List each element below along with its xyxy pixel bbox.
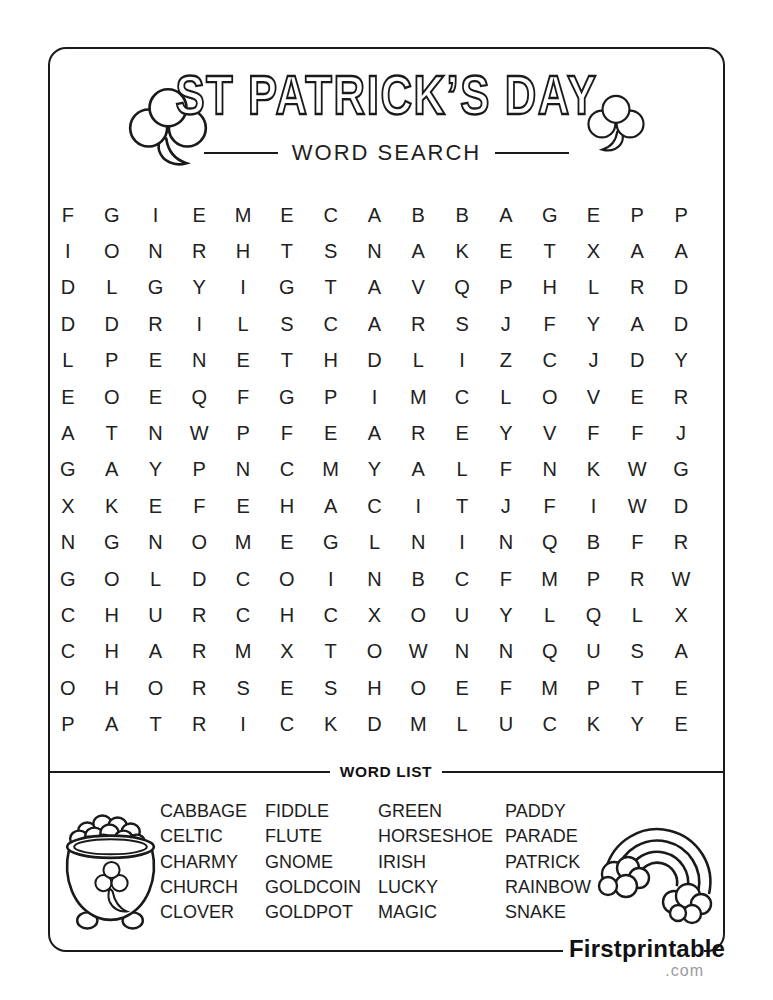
grid-cell: S <box>309 670 353 706</box>
grid-cell: I <box>353 379 397 415</box>
grid-cell: I <box>221 706 265 742</box>
grid-cell: O <box>90 561 134 597</box>
grid-cell: L <box>572 270 616 306</box>
grid-cell: S <box>309 233 353 269</box>
grid-cell: E <box>134 343 178 379</box>
grid-cell: B <box>396 561 440 597</box>
grid-cell: A <box>90 706 134 742</box>
grid-cell: P <box>572 670 616 706</box>
grid-cell: F <box>177 488 221 524</box>
brand-logo: Firstprintable .com <box>563 936 704 980</box>
grid-cell: F <box>484 561 528 597</box>
grid-cell: B <box>572 525 616 561</box>
grid-cell: R <box>396 306 440 342</box>
grid-cell: V <box>572 379 616 415</box>
grid-cell: E <box>177 197 221 233</box>
grid-cell: J <box>484 488 528 524</box>
word-list-item: GREEN <box>378 799 505 824</box>
grid-cell: V <box>528 415 572 451</box>
grid-cell: H <box>90 670 134 706</box>
grid-cell: L <box>440 452 484 488</box>
grid-cell: M <box>396 379 440 415</box>
grid-cell: K <box>309 706 353 742</box>
grid-cell: C <box>309 197 353 233</box>
grid-cell: E <box>265 670 309 706</box>
grid-cell: O <box>134 670 178 706</box>
grid-cell: F <box>528 488 572 524</box>
word-list-item: MAGIC <box>378 900 505 925</box>
grid-cell: G <box>46 452 90 488</box>
word-list-item: CABBAGE <box>160 799 265 824</box>
grid-cell: G <box>659 452 703 488</box>
grid-cell: E <box>134 488 178 524</box>
word-list-item: PARADE <box>505 824 605 849</box>
grid-cell: O <box>528 379 572 415</box>
grid-cell: R <box>177 597 221 633</box>
word-list-item: PATRICK <box>505 850 605 875</box>
grid-cell: O <box>396 670 440 706</box>
grid-cell: C <box>221 597 265 633</box>
grid-cell: E <box>221 488 265 524</box>
grid-cell: E <box>134 379 178 415</box>
word-list-header: WORD LIST <box>340 763 432 781</box>
grid-cell: R <box>177 233 221 269</box>
grid-cell: Y <box>484 597 528 633</box>
grid-cell: U <box>572 634 616 670</box>
word-list-item: RAINBOW <box>505 875 605 900</box>
grid-cell: Q <box>528 525 572 561</box>
word-list-item: FLUTE <box>265 824 378 849</box>
grid-cell: A <box>396 452 440 488</box>
grid-cell: D <box>659 488 703 524</box>
grid-cell: H <box>265 488 309 524</box>
grid-cell: J <box>659 415 703 451</box>
grid-cell: Y <box>177 270 221 306</box>
grid-cell: A <box>353 306 397 342</box>
grid-cell: F <box>46 197 90 233</box>
word-list-column: GREENHORSESHOEIRISHLUCKYMAGIC <box>378 799 505 925</box>
grid-cell: Y <box>134 452 178 488</box>
grid-cell: O <box>265 561 309 597</box>
grid-cell: N <box>528 452 572 488</box>
page-subtitle: WORD SEARCH <box>292 140 481 166</box>
grid-cell: P <box>615 197 659 233</box>
grid-cell: P <box>177 452 221 488</box>
grid-cell: S <box>615 634 659 670</box>
grid-cell: J <box>484 306 528 342</box>
grid-cell: T <box>265 233 309 269</box>
grid-cell: N <box>46 525 90 561</box>
grid-cell: C <box>265 452 309 488</box>
grid-cell: A <box>484 197 528 233</box>
grid-cell: W <box>615 452 659 488</box>
grid-cell: T <box>309 270 353 306</box>
grid-cell: X <box>46 488 90 524</box>
grid-cell: E <box>265 525 309 561</box>
grid-cell: F <box>615 415 659 451</box>
grid-cell: L <box>134 561 178 597</box>
grid-cell: B <box>440 197 484 233</box>
grid-cell: X <box>572 233 616 269</box>
grid-cell: I <box>177 306 221 342</box>
brand-name: Firstprintable <box>569 936 704 962</box>
grid-cell: K <box>90 488 134 524</box>
grid-cell: O <box>396 597 440 633</box>
word-list-item: CELTIC <box>160 824 265 849</box>
word-list-item: LUCKY <box>378 875 505 900</box>
grid-cell: M <box>528 561 572 597</box>
grid-cell: C <box>309 306 353 342</box>
word-list-item: FIDDLE <box>265 799 378 824</box>
grid-cell: C <box>528 706 572 742</box>
grid-cell: O <box>177 525 221 561</box>
grid-cell: E <box>265 197 309 233</box>
brand-domain: .com <box>569 962 704 980</box>
grid-cell: M <box>396 706 440 742</box>
grid-cell: M <box>221 525 265 561</box>
word-list-column: FIDDLEFLUTEGNOMEGOLDCOINGOLDPOT <box>265 799 378 925</box>
grid-cell: D <box>353 706 397 742</box>
grid-cell: P <box>221 415 265 451</box>
grid-cell: E <box>440 415 484 451</box>
grid-cell: N <box>221 452 265 488</box>
grid-cell: Y <box>615 706 659 742</box>
grid-cell: I <box>396 488 440 524</box>
word-list: CABBAGECELTICCHARMYCHURCHCLOVERFIDDLEFLU… <box>160 799 605 925</box>
grid-cell: Y <box>353 452 397 488</box>
grid-cell: L <box>396 343 440 379</box>
grid-cell: E <box>440 670 484 706</box>
grid-cell: S <box>265 306 309 342</box>
grid-cell: L <box>46 343 90 379</box>
grid-cell: W <box>615 488 659 524</box>
grid-cell: M <box>528 670 572 706</box>
grid-cell: B <box>396 197 440 233</box>
grid-cell: L <box>440 706 484 742</box>
word-list-item: CHARMY <box>160 850 265 875</box>
grid-cell: A <box>309 488 353 524</box>
grid-cell: N <box>484 634 528 670</box>
grid-cell: Z <box>484 343 528 379</box>
word-list-item: SNAKE <box>505 900 605 925</box>
word-list-item: CLOVER <box>160 900 265 925</box>
grid-cell: I <box>440 343 484 379</box>
word-list-item: GOLDCOIN <box>265 875 378 900</box>
grid-cell: H <box>353 670 397 706</box>
subtitle-row: WORD SEARCH <box>0 140 773 166</box>
grid-cell: N <box>134 525 178 561</box>
grid-cell: Y <box>659 343 703 379</box>
grid-cell: A <box>615 306 659 342</box>
subtitle-rule-right <box>495 152 569 155</box>
word-list-item: CHURCH <box>160 875 265 900</box>
pot-of-gold-icon <box>57 810 163 932</box>
grid-cell: T <box>90 415 134 451</box>
grid-cell: G <box>46 561 90 597</box>
grid-cell: P <box>659 197 703 233</box>
grid-cell: D <box>615 343 659 379</box>
grid-cell: L <box>528 597 572 633</box>
grid-cell: U <box>484 706 528 742</box>
word-list-column: CABBAGECELTICCHARMYCHURCHCLOVER <box>160 799 265 925</box>
grid-cell: N <box>396 525 440 561</box>
grid-cell: E <box>659 706 703 742</box>
grid-cell: A <box>615 233 659 269</box>
word-list-item: HORSESHOE <box>378 824 505 849</box>
grid-cell: A <box>659 233 703 269</box>
grid-cell: R <box>177 706 221 742</box>
rainbow-icon <box>596 814 724 936</box>
grid-cell: G <box>528 197 572 233</box>
grid-cell: C <box>440 561 484 597</box>
grid-cell: O <box>90 379 134 415</box>
subtitle-rule-left <box>204 152 278 155</box>
grid-cell: T <box>615 670 659 706</box>
grid-cell: U <box>134 597 178 633</box>
grid-cell: K <box>572 452 616 488</box>
grid-cell: Q <box>440 270 484 306</box>
grid-cell: I <box>572 488 616 524</box>
grid-cell: W <box>659 561 703 597</box>
grid-cell: I <box>440 525 484 561</box>
grid-cell: O <box>46 670 90 706</box>
grid-cell: P <box>46 706 90 742</box>
word-list-item: GOLDPOT <box>265 900 378 925</box>
grid-cell: C <box>221 561 265 597</box>
grid-cell: W <box>177 415 221 451</box>
grid-cell: A <box>396 233 440 269</box>
grid-cell: O <box>353 634 397 670</box>
grid-cell: G <box>134 270 178 306</box>
grid-cell: C <box>353 488 397 524</box>
grid-cell: C <box>440 379 484 415</box>
grid-cell: H <box>221 233 265 269</box>
grid-cell: F <box>572 415 616 451</box>
divider-line-right <box>442 771 723 774</box>
grid-cell: F <box>615 525 659 561</box>
grid-cell: P <box>90 343 134 379</box>
grid-cell: A <box>353 415 397 451</box>
grid-cell: N <box>440 634 484 670</box>
grid-cell: C <box>265 706 309 742</box>
word-list-divider: WORD LIST <box>49 761 723 783</box>
divider-line-left <box>49 771 330 774</box>
grid-cell: L <box>353 525 397 561</box>
word-list-item: GNOME <box>265 850 378 875</box>
grid-cell: D <box>90 306 134 342</box>
grid-cell: A <box>659 634 703 670</box>
grid-cell: P <box>484 270 528 306</box>
grid-cell: F <box>484 670 528 706</box>
grid-cell: D <box>659 270 703 306</box>
grid-cell: N <box>484 525 528 561</box>
grid-cell: A <box>90 452 134 488</box>
grid-cell: S <box>221 670 265 706</box>
grid-cell: M <box>309 452 353 488</box>
grid-cell: H <box>90 597 134 633</box>
grid-cell: R <box>615 270 659 306</box>
word-search-grid: FGIEMECABBAGEPPIONRHTSNAKETXAADLGYIGTAVQ… <box>46 197 703 743</box>
grid-cell: J <box>572 343 616 379</box>
grid-cell: I <box>46 233 90 269</box>
grid-cell: T <box>134 706 178 742</box>
grid-cell: E <box>615 379 659 415</box>
grid-cell: H <box>90 634 134 670</box>
grid-cell: R <box>615 561 659 597</box>
grid-cell: N <box>353 233 397 269</box>
grid-cell: K <box>440 233 484 269</box>
grid-cell: Y <box>484 415 528 451</box>
grid-cell: L <box>90 270 134 306</box>
grid-cell: G <box>265 270 309 306</box>
grid-cell: T <box>265 343 309 379</box>
grid-cell: R <box>177 670 221 706</box>
grid-cell: A <box>46 415 90 451</box>
grid-cell: L <box>484 379 528 415</box>
grid-cell: X <box>265 634 309 670</box>
grid-cell: Q <box>528 634 572 670</box>
word-list-item: PADDY <box>505 799 605 824</box>
grid-cell: C <box>46 634 90 670</box>
word-list-item: IRISH <box>378 850 505 875</box>
grid-cell: T <box>309 634 353 670</box>
grid-cell: C <box>528 343 572 379</box>
grid-cell: N <box>134 233 178 269</box>
grid-cell: R <box>134 306 178 342</box>
grid-cell: E <box>309 415 353 451</box>
grid-cell: N <box>177 343 221 379</box>
grid-cell: D <box>177 561 221 597</box>
grid-cell: R <box>396 415 440 451</box>
grid-cell: R <box>659 525 703 561</box>
grid-cell: X <box>353 597 397 633</box>
grid-cell: E <box>221 343 265 379</box>
grid-cell: G <box>309 525 353 561</box>
grid-cell: A <box>353 270 397 306</box>
grid-cell: Q <box>177 379 221 415</box>
grid-cell: H <box>309 343 353 379</box>
grid-cell: E <box>46 379 90 415</box>
grid-cell: M <box>221 634 265 670</box>
grid-cell: E <box>659 670 703 706</box>
grid-cell: I <box>134 197 178 233</box>
grid-cell: E <box>484 233 528 269</box>
grid-cell: F <box>484 452 528 488</box>
grid-cell: H <box>265 597 309 633</box>
grid-cell: L <box>615 597 659 633</box>
grid-cell: C <box>46 597 90 633</box>
grid-cell: M <box>221 197 265 233</box>
grid-cell: D <box>46 270 90 306</box>
grid-cell: A <box>353 197 397 233</box>
grid-cell: Y <box>572 306 616 342</box>
grid-cell: I <box>309 561 353 597</box>
grid-cell: D <box>46 306 90 342</box>
grid-cell: O <box>90 233 134 269</box>
grid-cell: P <box>309 379 353 415</box>
grid-cell: N <box>353 561 397 597</box>
grid-cell: T <box>528 233 572 269</box>
grid-cell: D <box>353 343 397 379</box>
grid-cell: G <box>90 525 134 561</box>
word-list-column: PADDYPARADEPATRICKRAINBOWSNAKE <box>505 799 605 925</box>
grid-cell: N <box>134 415 178 451</box>
grid-cell: I <box>221 270 265 306</box>
grid-cell: F <box>528 306 572 342</box>
worksheet-page: ST PATRICK’S DAY WORD SEARCH FGIEMECABBA… <box>0 0 773 1000</box>
grid-cell: G <box>90 197 134 233</box>
grid-cell: C <box>309 597 353 633</box>
grid-cell: A <box>134 634 178 670</box>
grid-cell: X <box>659 597 703 633</box>
grid-cell: F <box>221 379 265 415</box>
grid-cell: K <box>572 706 616 742</box>
grid-cell: E <box>572 197 616 233</box>
grid-cell: F <box>265 415 309 451</box>
grid-cell: S <box>440 306 484 342</box>
grid-cell: T <box>440 488 484 524</box>
grid-cell: R <box>177 634 221 670</box>
grid-cell: U <box>440 597 484 633</box>
grid-cell: Q <box>572 597 616 633</box>
grid-cell: V <box>396 270 440 306</box>
grid-cell: L <box>221 306 265 342</box>
grid-cell: W <box>396 634 440 670</box>
grid-cell: H <box>528 270 572 306</box>
grid-cell: R <box>659 379 703 415</box>
grid-cell: G <box>265 379 309 415</box>
grid-cell: D <box>659 306 703 342</box>
grid-cell: P <box>572 561 616 597</box>
